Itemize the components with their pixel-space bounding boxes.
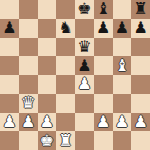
square-c2[interactable]: ♟ [38,113,57,132]
white-pawn: ♟ [40,114,54,130]
square-e1[interactable] [75,131,94,150]
white-king: ♚ [40,133,54,149]
square-c8[interactable] [38,0,57,19]
black-knight: ♞ [58,20,72,36]
square-d1[interactable]: ♜ [56,131,75,150]
square-a7[interactable]: ♟ [0,19,19,38]
black-pawn: ♟ [115,20,129,36]
white-pawn: ♟ [115,114,129,130]
square-b7[interactable] [19,19,38,38]
square-e4[interactable]: ♟ [75,75,94,94]
square-h6[interactable] [131,38,150,57]
square-e8[interactable]: ♚ [75,0,94,19]
black-pawn: ♟ [133,20,147,36]
black-rook: ♜ [133,1,147,17]
square-c6[interactable] [38,38,57,57]
square-a5[interactable] [0,56,19,75]
square-c3[interactable] [38,94,57,113]
white-pawn: ♟ [133,114,147,130]
square-f6[interactable] [94,38,113,57]
black-queen: ♛ [77,39,91,55]
square-d4[interactable] [56,75,75,94]
square-c7[interactable] [38,19,57,38]
square-h1[interactable] [131,131,150,150]
square-f8[interactable]: ♝ [94,0,113,19]
square-e6[interactable]: ♛ [75,38,94,57]
square-g7[interactable]: ♟ [113,19,132,38]
black-king: ♚ [77,1,91,17]
square-c1[interactable]: ♚ [38,131,57,150]
white-pawn: ♟ [2,114,16,130]
square-g4[interactable] [113,75,132,94]
square-f3[interactable] [94,94,113,113]
square-g6[interactable] [113,38,132,57]
square-g1[interactable] [113,131,132,150]
square-b1[interactable] [19,131,38,150]
black-bishop: ♝ [96,1,110,17]
square-h8[interactable]: ♜ [131,0,150,19]
square-f7[interactable]: ♟ [94,19,113,38]
square-a6[interactable] [0,38,19,57]
white-bishop: ♝ [115,58,129,74]
square-a3[interactable] [0,94,19,113]
square-c5[interactable] [38,56,57,75]
square-b8[interactable] [19,0,38,19]
square-h2[interactable]: ♟ [131,113,150,132]
black-pawn: ♟ [96,20,110,36]
square-e2[interactable] [75,113,94,132]
square-d3[interactable] [56,94,75,113]
white-pawn: ♟ [96,114,110,130]
square-b3[interactable]: ♛ [19,94,38,113]
square-h7[interactable]: ♟ [131,19,150,38]
square-b4[interactable] [19,75,38,94]
square-d2[interactable] [56,113,75,132]
square-d7[interactable]: ♞ [56,19,75,38]
square-d8[interactable] [56,0,75,19]
square-d6[interactable] [56,38,75,57]
white-queen: ♛ [21,95,35,111]
white-rook: ♜ [58,133,72,149]
square-h4[interactable] [131,75,150,94]
chess-board: ♚♝♜♟♞♟♟♟♛♟♝♟♛♟♟♟♟♟♟♚♜ [0,0,150,150]
square-b6[interactable] [19,38,38,57]
square-e5[interactable]: ♟ [75,56,94,75]
square-f4[interactable] [94,75,113,94]
square-h5[interactable] [131,56,150,75]
square-a2[interactable]: ♟ [0,113,19,132]
square-a8[interactable] [0,0,19,19]
square-e3[interactable] [75,94,94,113]
black-pawn: ♟ [2,20,16,36]
square-d5[interactable] [56,56,75,75]
square-f5[interactable] [94,56,113,75]
square-b5[interactable] [19,56,38,75]
square-f1[interactable] [94,131,113,150]
square-a1[interactable] [0,131,19,150]
white-pawn: ♟ [21,114,35,130]
square-g3[interactable] [113,94,132,113]
black-pawn: ♟ [77,58,91,74]
square-g8[interactable] [113,0,132,19]
square-g5[interactable]: ♝ [113,56,132,75]
square-c4[interactable] [38,75,57,94]
white-pawn: ♟ [77,76,91,92]
square-f2[interactable]: ♟ [94,113,113,132]
square-a4[interactable] [0,75,19,94]
square-g2[interactable]: ♟ [113,113,132,132]
square-e7[interactable] [75,19,94,38]
square-b2[interactable]: ♟ [19,113,38,132]
square-h3[interactable] [131,94,150,113]
